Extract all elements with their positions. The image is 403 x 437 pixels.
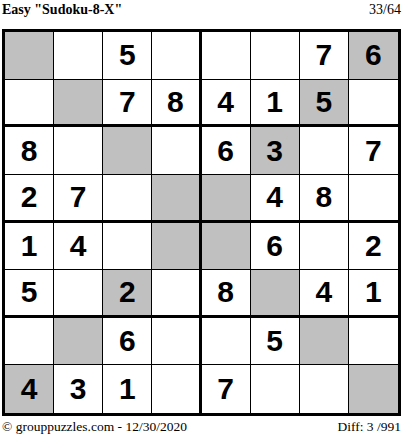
cell-r3c3[interactable]: [103, 127, 152, 175]
cell-r1c4[interactable]: [152, 32, 201, 80]
puzzle-title: Easy "Sudoku-8-X": [2, 2, 122, 18]
cell-r4c3[interactable]: [103, 175, 152, 223]
cell-r8c7[interactable]: [300, 365, 349, 413]
cell-r8c8[interactable]: [349, 365, 398, 413]
cell-r1c3: 5: [103, 32, 152, 80]
cell-r2c7: 5: [300, 80, 349, 128]
cell-r2c5: 4: [202, 80, 251, 128]
cell-r3c2[interactable]: [54, 127, 103, 175]
cell-r1c7: 7: [300, 32, 349, 80]
cell-r4c4[interactable]: [152, 175, 201, 223]
cell-r5c7[interactable]: [300, 223, 349, 271]
cell-r7c6: 5: [251, 318, 300, 366]
cell-r7c1[interactable]: [5, 318, 54, 366]
cell-r5c3[interactable]: [103, 223, 152, 271]
cell-r1c2[interactable]: [54, 32, 103, 80]
cell-r4c5[interactable]: [202, 175, 251, 223]
cell-r1c6[interactable]: [251, 32, 300, 80]
cell-r7c5[interactable]: [202, 318, 251, 366]
difficulty-text: Diff: 3 /991: [338, 419, 402, 435]
cell-r3c8: 7: [349, 127, 398, 175]
cell-r6c6[interactable]: [251, 270, 300, 318]
cell-r7c4[interactable]: [152, 318, 201, 366]
cell-r1c8: 6: [349, 32, 398, 80]
cell-r8c1: 4: [5, 365, 54, 413]
footer: © grouppuzzles.com - 12/30/2020 Diff: 3 …: [0, 417, 403, 437]
cell-r6c2[interactable]: [54, 270, 103, 318]
cell-r3c6: 3: [251, 127, 300, 175]
cell-r5c6: 6: [251, 223, 300, 271]
cell-r8c3: 1: [103, 365, 152, 413]
cell-r4c8[interactable]: [349, 175, 398, 223]
cell-r6c8: 1: [349, 270, 398, 318]
cell-r6c1: 5: [5, 270, 54, 318]
cell-r6c5: 8: [202, 270, 251, 318]
cell-r2c1[interactable]: [5, 80, 54, 128]
cell-r8c5: 7: [202, 365, 251, 413]
sudoku-board: 5767841586372748146252841654317: [2, 29, 401, 416]
cell-r8c4[interactable]: [152, 365, 201, 413]
cell-r8c2: 3: [54, 365, 103, 413]
cell-r3c1: 8: [5, 127, 54, 175]
cell-r5c4[interactable]: [152, 223, 201, 271]
cell-r5c1: 1: [5, 223, 54, 271]
cell-r1c5[interactable]: [202, 32, 251, 80]
cell-r3c7[interactable]: [300, 127, 349, 175]
cell-r5c5[interactable]: [202, 223, 251, 271]
cell-r2c3: 7: [103, 80, 152, 128]
cell-r3c5: 6: [202, 127, 251, 175]
header: Easy "Sudoku-8-X" 33/64: [0, 0, 403, 27]
cell-r4c7: 8: [300, 175, 349, 223]
cell-r5c8: 2: [349, 223, 398, 271]
cell-r4c1: 2: [5, 175, 54, 223]
cell-r7c8[interactable]: [349, 318, 398, 366]
cell-r4c2: 7: [54, 175, 103, 223]
cell-r6c3: 2: [103, 270, 152, 318]
cell-r2c4: 8: [152, 80, 201, 128]
cell-r2c6: 1: [251, 80, 300, 128]
cell-r7c3: 6: [103, 318, 152, 366]
copyright-text: © grouppuzzles.com - 12/30/2020: [2, 419, 187, 435]
cell-r6c4[interactable]: [152, 270, 201, 318]
cell-r3c4[interactable]: [152, 127, 201, 175]
cell-r2c8[interactable]: [349, 80, 398, 128]
cell-r1c1[interactable]: [5, 32, 54, 80]
cell-r8c6[interactable]: [251, 365, 300, 413]
cell-r6c7: 4: [300, 270, 349, 318]
puzzle-page: Easy "Sudoku-8-X" 33/64 5767841586372748…: [0, 0, 403, 437]
cell-r7c2[interactable]: [54, 318, 103, 366]
cell-r5c2: 4: [54, 223, 103, 271]
cell-r7c7[interactable]: [300, 318, 349, 366]
puzzle-counter: 33/64: [369, 2, 401, 18]
cell-r4c6: 4: [251, 175, 300, 223]
cell-r2c2[interactable]: [54, 80, 103, 128]
